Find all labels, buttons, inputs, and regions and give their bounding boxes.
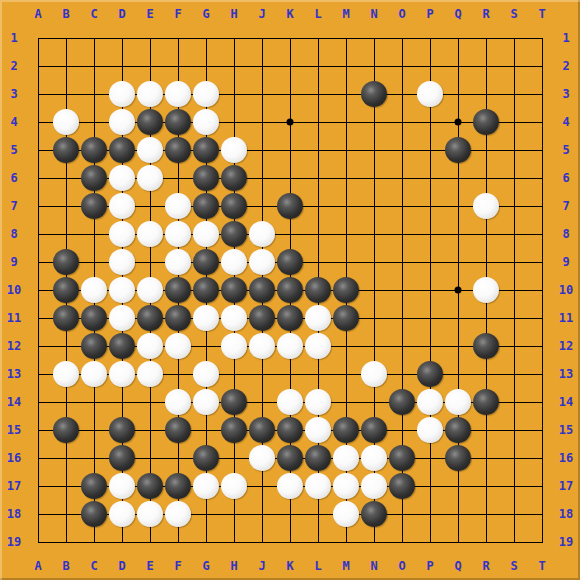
black-stone [193,193,219,219]
white-stone [165,249,191,275]
white-stone [193,221,219,247]
black-stone [221,417,247,443]
row-label-left: 13 [7,368,21,380]
row-label-left: 6 [10,172,17,184]
row-label-right: 17 [559,480,573,492]
row-label-left: 5 [10,144,17,156]
col-label-bottom: P [426,560,433,572]
black-stone [473,109,499,135]
col-label-top: C [90,8,97,20]
white-stone [417,81,443,107]
col-label-bottom: A [34,560,41,572]
col-label-top: M [342,8,349,20]
black-stone [361,81,387,107]
col-label-bottom: L [314,560,321,572]
white-stone [165,333,191,359]
black-stone [81,137,107,163]
row-label-right: 3 [562,88,569,100]
black-stone [361,501,387,527]
black-stone [221,389,247,415]
row-label-left: 19 [7,536,21,548]
row-label-left: 9 [10,256,17,268]
white-stone [165,81,191,107]
white-stone [473,193,499,219]
white-stone [417,389,443,415]
white-stone [109,109,135,135]
white-stone [137,221,163,247]
black-stone [137,305,163,331]
black-stone [81,305,107,331]
white-stone [249,445,275,471]
white-stone [109,81,135,107]
white-stone [109,221,135,247]
black-stone [193,137,219,163]
white-stone [193,473,219,499]
col-label-top: K [286,8,293,20]
black-stone [165,109,191,135]
row-label-right: 14 [559,396,573,408]
black-stone [53,277,79,303]
white-stone [53,361,79,387]
white-stone [165,389,191,415]
row-label-right: 15 [559,424,573,436]
black-stone [221,193,247,219]
white-stone [277,333,303,359]
col-label-bottom: B [62,560,69,572]
black-stone [277,445,303,471]
white-stone [305,333,331,359]
white-stone [137,165,163,191]
black-stone [333,305,359,331]
white-stone [193,361,219,387]
col-label-bottom: E [146,560,153,572]
row-label-left: 8 [10,228,17,240]
white-stone [305,389,331,415]
black-stone [389,473,415,499]
col-label-top: E [146,8,153,20]
white-stone [165,221,191,247]
black-stone [193,249,219,275]
black-stone [417,361,443,387]
col-label-top: Q [454,8,461,20]
col-label-top: R [482,8,489,20]
col-label-bottom: K [286,560,293,572]
row-label-right: 16 [559,452,573,464]
white-stone [137,333,163,359]
col-label-top: D [118,8,125,20]
white-stone [249,249,275,275]
black-stone [445,445,471,471]
white-stone [109,361,135,387]
col-label-bottom: T [538,560,545,572]
white-stone [221,473,247,499]
white-stone [109,277,135,303]
row-label-left: 14 [7,396,21,408]
black-stone [109,333,135,359]
black-stone [389,445,415,471]
white-stone [361,445,387,471]
go-board: AABBCCDDEEFFGGHHJJKKLLMMNNOOPPQQRRSSTT11… [0,0,580,580]
col-label-top: J [258,8,265,20]
row-label-left: 12 [7,340,21,352]
white-stone [81,277,107,303]
black-stone [221,165,247,191]
white-stone [109,193,135,219]
row-label-right: 11 [559,312,573,324]
black-stone [81,193,107,219]
white-stone [361,361,387,387]
white-stone [193,305,219,331]
black-stone [221,221,247,247]
black-stone [249,417,275,443]
col-label-bottom: F [174,560,181,572]
row-label-right: 9 [562,256,569,268]
white-stone [137,81,163,107]
black-stone [305,277,331,303]
star-point [455,287,462,294]
row-label-right: 6 [562,172,569,184]
col-label-top: O [398,8,405,20]
black-stone [137,473,163,499]
row-label-left: 16 [7,452,21,464]
col-label-top: F [174,8,181,20]
row-label-right: 4 [562,116,569,128]
white-stone [277,389,303,415]
col-label-top: L [314,8,321,20]
black-stone [109,137,135,163]
black-stone [165,473,191,499]
black-stone [277,305,303,331]
black-stone [249,277,275,303]
white-stone [109,501,135,527]
white-stone [109,305,135,331]
col-label-bottom: S [510,560,517,572]
black-stone [221,277,247,303]
col-label-bottom: G [202,560,209,572]
black-stone [333,417,359,443]
row-label-left: 11 [7,312,21,324]
white-stone [193,389,219,415]
row-label-right: 13 [559,368,573,380]
white-stone [221,137,247,163]
row-label-left: 7 [10,200,17,212]
col-label-top: T [538,8,545,20]
black-stone [81,333,107,359]
col-label-bottom: C [90,560,97,572]
black-stone [53,305,79,331]
black-stone [81,473,107,499]
row-label-right: 8 [562,228,569,240]
white-stone [305,305,331,331]
black-stone [361,417,387,443]
white-stone [221,249,247,275]
row-label-left: 18 [7,508,21,520]
black-stone [193,277,219,303]
col-label-bottom: M [342,560,349,572]
black-stone [473,333,499,359]
black-stone [277,193,303,219]
white-stone [137,277,163,303]
white-stone [81,361,107,387]
white-stone [109,249,135,275]
black-stone [53,417,79,443]
row-label-left: 10 [7,284,21,296]
white-stone [137,137,163,163]
white-stone [137,501,163,527]
row-label-left: 4 [10,116,17,128]
col-label-bottom: O [398,560,405,572]
row-label-left: 3 [10,88,17,100]
star-point [455,119,462,126]
white-stone [333,473,359,499]
white-stone [109,473,135,499]
black-stone [305,445,331,471]
black-stone [137,109,163,135]
white-stone [221,305,247,331]
white-stone [53,109,79,135]
col-label-top: N [370,8,377,20]
black-stone [277,417,303,443]
white-stone [137,361,163,387]
white-stone [193,109,219,135]
white-stone [249,333,275,359]
black-stone [109,445,135,471]
white-stone [109,165,135,191]
row-label-right: 2 [562,60,569,72]
star-point [287,119,294,126]
black-stone [165,305,191,331]
white-stone [165,501,191,527]
black-stone [277,277,303,303]
white-stone [193,81,219,107]
white-stone [165,193,191,219]
row-label-left: 15 [7,424,21,436]
row-label-right: 12 [559,340,573,352]
black-stone [53,249,79,275]
col-label-top: A [34,8,41,20]
white-stone [361,473,387,499]
black-stone [165,417,191,443]
white-stone [277,473,303,499]
col-label-bottom: D [118,560,125,572]
white-stone [305,417,331,443]
row-label-left: 2 [10,60,17,72]
row-label-right: 10 [559,284,573,296]
black-stone [81,165,107,191]
col-label-top: P [426,8,433,20]
col-label-bottom: Q [454,560,461,572]
black-stone [165,137,191,163]
row-label-right: 5 [562,144,569,156]
row-label-right: 19 [559,536,573,548]
col-label-top: G [202,8,209,20]
black-stone [53,137,79,163]
white-stone [333,501,359,527]
col-label-top: H [230,8,237,20]
black-stone [193,165,219,191]
black-stone [445,137,471,163]
row-label-right: 1 [562,32,569,44]
black-stone [165,277,191,303]
black-stone [473,389,499,415]
col-label-top: S [510,8,517,20]
white-stone [417,417,443,443]
row-label-left: 17 [7,480,21,492]
row-label-right: 7 [562,200,569,212]
black-stone [333,277,359,303]
black-stone [109,417,135,443]
white-stone [333,445,359,471]
row-label-right: 18 [559,508,573,520]
col-label-bottom: J [258,560,265,572]
white-stone [445,389,471,415]
row-label-left: 1 [10,32,17,44]
black-stone [249,305,275,331]
col-label-bottom: N [370,560,377,572]
white-stone [249,221,275,247]
black-stone [277,249,303,275]
white-stone [473,277,499,303]
white-stone [305,473,331,499]
col-label-bottom: H [230,560,237,572]
col-label-top: B [62,8,69,20]
black-stone [193,445,219,471]
white-stone [221,333,247,359]
black-stone [445,417,471,443]
col-label-bottom: R [482,560,489,572]
black-stone [81,501,107,527]
black-stone [389,389,415,415]
